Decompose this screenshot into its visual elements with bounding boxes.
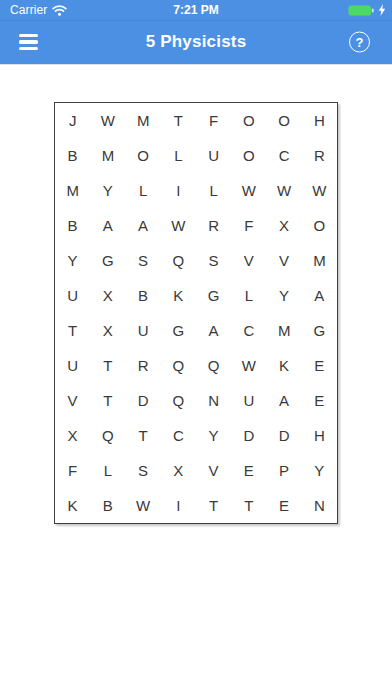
grid-cell-r5c4[interactable]: Q — [161, 243, 196, 278]
grid-cell-r6c2[interactable]: X — [90, 278, 125, 313]
grid-cell-r11c1[interactable]: F — [55, 453, 90, 488]
grid-cell-r9c2[interactable]: T — [90, 383, 125, 418]
grid-cell-r7c3[interactable]: U — [126, 313, 161, 348]
grid-cell-r11c3[interactable]: S — [126, 453, 161, 488]
grid-cell-r3c2[interactable]: Y — [90, 173, 125, 208]
grid-cell-r10c4[interactable]: C — [161, 418, 196, 453]
grid-cell-r8c6[interactable]: W — [231, 348, 266, 383]
grid-cell-r4c5[interactable]: R — [196, 208, 231, 243]
grid-cell-r4c3[interactable]: A — [126, 208, 161, 243]
time-label: 7:21 PM — [0, 3, 392, 17]
grid-cell-r7c1[interactable]: T — [55, 313, 90, 348]
grid-cell-r7c7[interactable]: M — [267, 313, 302, 348]
grid-cell-r5c6[interactable]: V — [231, 243, 266, 278]
grid-cell-r3c1[interactable]: M — [55, 173, 90, 208]
grid-cell-r10c2[interactable]: Q — [90, 418, 125, 453]
grid-cell-r7c6[interactable]: C — [231, 313, 266, 348]
grid-cell-r1c1[interactable]: J — [55, 103, 90, 138]
grid-cell-r1c2[interactable]: W — [90, 103, 125, 138]
battery-group — [348, 4, 386, 16]
grid-cell-r2c6[interactable]: O — [231, 138, 266, 173]
grid-cell-r6c3[interactable]: B — [126, 278, 161, 313]
grid-cell-r12c3[interactable]: W — [126, 488, 161, 523]
grid-cell-r9c3[interactable]: D — [126, 383, 161, 418]
grid-cell-r11c2[interactable]: L — [90, 453, 125, 488]
grid-cell-r8c1[interactable]: U — [55, 348, 90, 383]
grid-cell-r6c8[interactable]: A — [302, 278, 337, 313]
grid-cell-r5c8[interactable]: M — [302, 243, 337, 278]
grid-cell-r1c7[interactable]: O — [267, 103, 302, 138]
status-bar: Carrier 7:21 PM — [0, 0, 392, 20]
grid-cell-r6c6[interactable]: L — [231, 278, 266, 313]
grid-cell-r1c4[interactable]: T — [161, 103, 196, 138]
grid-cell-r7c4[interactable]: G — [161, 313, 196, 348]
grid-cell-r4c2[interactable]: A — [90, 208, 125, 243]
grid-cell-r11c4[interactable]: X — [161, 453, 196, 488]
grid-cell-r3c6[interactable]: W — [231, 173, 266, 208]
page-title: 5 Physicists — [0, 32, 392, 52]
help-button[interactable]: ? — [349, 32, 370, 53]
grid-cell-r9c4[interactable]: Q — [161, 383, 196, 418]
grid-cell-r10c1[interactable]: X — [55, 418, 90, 453]
battery-icon — [348, 5, 374, 16]
grid-cell-r11c6[interactable]: E — [231, 453, 266, 488]
grid-cell-r12c8[interactable]: N — [302, 488, 337, 523]
grid-cell-r2c7[interactable]: C — [267, 138, 302, 173]
grid-cell-r4c6[interactable]: F — [231, 208, 266, 243]
grid-cell-r2c5[interactable]: U — [196, 138, 231, 173]
grid-cell-r12c1[interactable]: K — [55, 488, 90, 523]
board-container: JWMTFOOHBMOLUOCRMYLILWWWBAAWRFXOYGSQSVVM… — [0, 64, 392, 524]
word-search-board: JWMTFOOHBMOLUOCRMYLILWWWBAAWRFXOYGSQSVVM… — [54, 102, 338, 524]
grid-cell-r10c7[interactable]: D — [267, 418, 302, 453]
grid-cell-r4c8[interactable]: O — [302, 208, 337, 243]
grid-cell-r5c1[interactable]: Y — [55, 243, 90, 278]
grid-cell-r5c7[interactable]: V — [267, 243, 302, 278]
grid-cell-r10c8[interactable]: H — [302, 418, 337, 453]
grid-cell-r5c5[interactable]: S — [196, 243, 231, 278]
grid-cell-r11c8[interactable]: Y — [302, 453, 337, 488]
grid-cell-r6c5[interactable]: G — [196, 278, 231, 313]
grid-cell-r3c5[interactable]: L — [196, 173, 231, 208]
grid-cell-r4c4[interactable]: W — [161, 208, 196, 243]
grid-cell-r10c6[interactable]: D — [231, 418, 266, 453]
grid-cell-r10c3[interactable]: T — [126, 418, 161, 453]
grid-cell-r9c6[interactable]: U — [231, 383, 266, 418]
grid-cell-r9c1[interactable]: V — [55, 383, 90, 418]
grid-cell-r8c8[interactable]: E — [302, 348, 337, 383]
grid-cell-r1c8[interactable]: H — [302, 103, 337, 138]
grid-cell-r2c2[interactable]: M — [90, 138, 125, 173]
grid-cell-r11c5[interactable]: V — [196, 453, 231, 488]
grid-cell-r7c2[interactable]: X — [90, 313, 125, 348]
grid-cell-r1c5[interactable]: F — [196, 103, 231, 138]
grid-cell-r6c1[interactable]: U — [55, 278, 90, 313]
grid-cell-r2c3[interactable]: O — [126, 138, 161, 173]
grid-cell-r10c5[interactable]: Y — [196, 418, 231, 453]
grid-cell-r9c8[interactable]: E — [302, 383, 337, 418]
grid-cell-r12c2[interactable]: B — [90, 488, 125, 523]
grid-cell-r12c7[interactable]: E — [267, 488, 302, 523]
grid-cell-r7c8[interactable]: G — [302, 313, 337, 348]
grid-cell-r7c5[interactable]: A — [196, 313, 231, 348]
grid-cell-r5c3[interactable]: S — [126, 243, 161, 278]
grid-cell-r12c6[interactable]: T — [231, 488, 266, 523]
grid-cell-r6c7[interactable]: Y — [267, 278, 302, 313]
grid-cell-r1c3[interactable]: M — [126, 103, 161, 138]
grid-cell-r4c7[interactable]: X — [267, 208, 302, 243]
grid-cell-r8c5[interactable]: Q — [196, 348, 231, 383]
grid-cell-r8c3[interactable]: R — [126, 348, 161, 383]
grid-cell-r6c4[interactable]: K — [161, 278, 196, 313]
charging-bolt-icon — [378, 4, 386, 16]
nav-bar: 5 Physicists ? — [0, 20, 392, 64]
grid-cell-r8c7[interactable]: K — [267, 348, 302, 383]
grid-cell-r3c8[interactable]: W — [302, 173, 337, 208]
grid-cell-r2c8[interactable]: R — [302, 138, 337, 173]
grid-cell-r9c5[interactable]: N — [196, 383, 231, 418]
grid-cell-r3c7[interactable]: W — [267, 173, 302, 208]
grid-cell-r8c4[interactable]: Q — [161, 348, 196, 383]
app-screen: Carrier 7:21 PM — [0, 0, 392, 696]
grid-cell-r4c1[interactable]: B — [55, 208, 90, 243]
grid-cell-r3c4[interactable]: I — [161, 173, 196, 208]
grid-cell-r2c4[interactable]: L — [161, 138, 196, 173]
grid-cell-r1c6[interactable]: O — [231, 103, 266, 138]
grid-cell-r2c1[interactable]: B — [55, 138, 90, 173]
grid-cell-r12c5[interactable]: T — [196, 488, 231, 523]
grid-cell-r5c2[interactable]: G — [90, 243, 125, 278]
grid-cell-r8c2[interactable]: T — [90, 348, 125, 383]
grid-cell-r12c4[interactable]: I — [161, 488, 196, 523]
grid-cell-r11c7[interactable]: P — [267, 453, 302, 488]
grid-cell-r9c7[interactable]: A — [267, 383, 302, 418]
grid-cell-r3c3[interactable]: L — [126, 173, 161, 208]
question-mark-icon: ? — [356, 36, 364, 49]
